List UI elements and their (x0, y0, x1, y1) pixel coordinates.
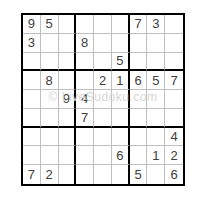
cell-r1c4[interactable] (76, 15, 94, 34)
cell-r6c2[interactable] (41, 109, 59, 128)
cell-r1c7[interactable]: 7 (130, 15, 148, 34)
cell-r3c4[interactable] (76, 53, 94, 72)
cell-r5c7[interactable] (130, 90, 148, 109)
cell-r5c4[interactable]: 4 (76, 90, 94, 109)
cell-r2c1[interactable]: 3 (23, 34, 41, 53)
cell-r1c9[interactable] (165, 15, 183, 34)
given-digit: 5 (134, 167, 141, 182)
cell-r9c3[interactable] (59, 165, 77, 184)
cell-r3c7[interactable] (130, 53, 148, 72)
cell-r8c6[interactable]: 6 (112, 146, 130, 165)
cell-r8c5[interactable] (94, 146, 112, 165)
cell-r5c8[interactable] (147, 90, 165, 109)
cell-r8c9[interactable]: 2 (165, 146, 183, 165)
given-digit: 6 (134, 73, 141, 88)
given-digit: 5 (116, 53, 123, 68)
given-digit: 4 (170, 129, 177, 144)
given-digit: 6 (170, 167, 177, 182)
cell-r7c3[interactable] (59, 128, 77, 147)
cell-r9c7[interactable]: 5 (130, 165, 148, 184)
given-digit: 1 (152, 148, 159, 163)
cell-r3c9[interactable] (165, 53, 183, 72)
cell-r4c3[interactable] (59, 71, 77, 90)
cell-r5c1[interactable] (23, 90, 41, 109)
cell-r4c6[interactable]: 1 (112, 71, 130, 90)
cell-r1c6[interactable] (112, 15, 130, 34)
given-digit: 5 (46, 16, 53, 31)
cell-r7c5[interactable] (94, 128, 112, 147)
cell-r6c4[interactable]: 7 (76, 109, 94, 128)
cell-r3c8[interactable] (147, 53, 165, 72)
cell-r1c5[interactable] (94, 15, 112, 34)
cell-r7c4[interactable] (76, 128, 94, 147)
cell-r6c9[interactable] (165, 109, 183, 128)
cell-r9c6[interactable] (112, 165, 130, 184)
given-digit: 9 (28, 16, 35, 31)
cell-r7c9[interactable]: 4 (165, 128, 183, 147)
given-digit: 4 (81, 91, 88, 106)
sudoku-board: 957338582165794746127256 (21, 13, 185, 186)
cell-r5c6[interactable] (112, 90, 130, 109)
cell-r8c7[interactable] (130, 146, 148, 165)
cell-r7c8[interactable] (147, 128, 165, 147)
cell-r1c2[interactable]: 5 (41, 15, 59, 34)
cell-r1c3[interactable] (59, 15, 77, 34)
cell-r6c3[interactable] (59, 109, 77, 128)
cell-r3c3[interactable] (59, 53, 77, 72)
given-digit: 7 (81, 110, 88, 125)
cell-r3c1[interactable] (23, 53, 41, 72)
cell-r5c3[interactable]: 9 (59, 90, 77, 109)
cell-r2c9[interactable] (165, 34, 183, 53)
given-digit: 8 (46, 73, 53, 88)
cell-r6c5[interactable] (94, 109, 112, 128)
cell-r4c2[interactable]: 8 (41, 71, 59, 90)
cell-r4c7[interactable]: 6 (130, 71, 148, 90)
cell-r4c9[interactable]: 7 (165, 71, 183, 90)
cell-r6c6[interactable] (112, 109, 130, 128)
cell-r9c8[interactable] (147, 165, 165, 184)
cell-r3c5[interactable] (94, 53, 112, 72)
cell-r9c1[interactable]: 7 (23, 165, 41, 184)
given-digit: 7 (28, 167, 35, 182)
cell-r2c2[interactable] (41, 34, 59, 53)
given-digit: 9 (63, 91, 70, 106)
given-digit: 8 (81, 35, 88, 50)
given-digit: 6 (116, 148, 123, 163)
cell-r2c5[interactable] (94, 34, 112, 53)
given-digit: 7 (134, 16, 141, 31)
cell-r9c5[interactable] (94, 165, 112, 184)
cell-r9c9[interactable]: 6 (165, 165, 183, 184)
given-digit: 1 (116, 73, 123, 88)
cell-r5c2[interactable] (41, 90, 59, 109)
cell-r3c2[interactable] (41, 53, 59, 72)
given-digit: 5 (152, 73, 159, 88)
cell-r4c1[interactable] (23, 71, 41, 90)
given-digit: 7 (170, 73, 177, 88)
cell-r5c9[interactable] (165, 90, 183, 109)
cell-r8c1[interactable] (23, 146, 41, 165)
cell-r7c1[interactable] (23, 128, 41, 147)
cell-r5c5[interactable] (94, 90, 112, 109)
cell-r3c6[interactable]: 5 (112, 53, 130, 72)
cell-r8c2[interactable] (41, 146, 59, 165)
given-digit: 2 (99, 73, 106, 88)
cell-r7c6[interactable] (112, 128, 130, 147)
cell-r9c2[interactable]: 2 (41, 165, 59, 184)
given-digit: 2 (46, 167, 53, 182)
cell-r2c6[interactable] (112, 34, 130, 53)
cell-r4c5[interactable]: 2 (94, 71, 112, 90)
given-digit: 3 (28, 35, 35, 50)
cell-r1c8[interactable]: 3 (147, 15, 165, 34)
cell-r6c1[interactable] (23, 109, 41, 128)
cell-r2c8[interactable] (147, 34, 165, 53)
cell-r2c7[interactable] (130, 34, 148, 53)
given-digit: 2 (170, 148, 177, 163)
cell-r4c8[interactable]: 5 (147, 71, 165, 90)
cell-r8c3[interactable] (59, 146, 77, 165)
cell-r1c1[interactable]: 9 (23, 15, 41, 34)
cell-r2c4[interactable]: 8 (76, 34, 94, 53)
cell-r8c8[interactable]: 1 (147, 146, 165, 165)
cell-r6c7[interactable] (130, 109, 148, 128)
cell-r8c4[interactable] (76, 146, 94, 165)
cell-r7c7[interactable] (130, 128, 148, 147)
cell-r7c2[interactable] (41, 128, 59, 147)
given-digit: 3 (152, 16, 159, 31)
cell-r4c4[interactable] (76, 71, 94, 90)
cell-r9c4[interactable] (76, 165, 94, 184)
cell-r6c8[interactable] (147, 109, 165, 128)
cell-r2c3[interactable] (59, 34, 77, 53)
